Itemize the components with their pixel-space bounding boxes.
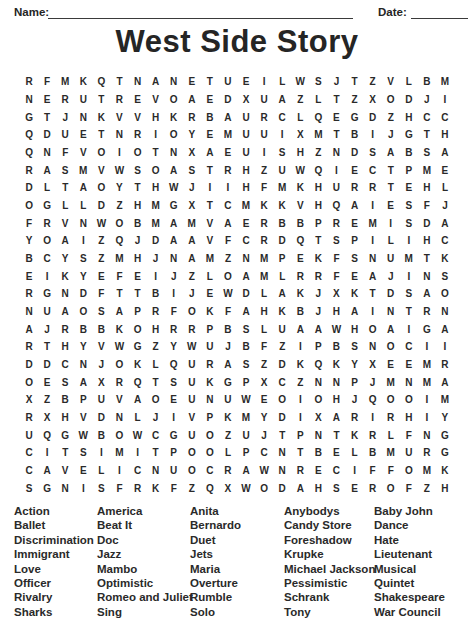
- grid-cell: G: [165, 426, 183, 444]
- grid-cell: M: [147, 197, 165, 215]
- grid-cell: I: [436, 338, 454, 356]
- grid-cell: I: [255, 144, 273, 162]
- grid-cell: A: [291, 320, 309, 338]
- grid-cell: Z: [291, 91, 309, 109]
- word-list-item: America: [97, 504, 190, 518]
- grid-cell: I: [219, 179, 237, 197]
- grid-cell: O: [382, 338, 400, 356]
- grid-cell: U: [255, 126, 273, 144]
- grid-cell: L: [382, 232, 400, 250]
- grid-cell: O: [129, 320, 147, 338]
- grid-cell: U: [183, 356, 201, 374]
- grid-cell: A: [436, 320, 454, 338]
- grid-cell: T: [110, 285, 128, 303]
- word-list-item: Doc: [97, 533, 190, 547]
- grid-cell: I: [201, 179, 219, 197]
- grid-cell: N: [74, 214, 92, 232]
- word-list-item: Officer: [14, 576, 97, 590]
- grid-cell: G: [418, 320, 436, 338]
- grid-cell: O: [183, 462, 201, 480]
- name-fill-line: [48, 9, 353, 19]
- grid-cell: A: [273, 91, 291, 109]
- grid-cell: O: [129, 144, 147, 162]
- grid-cell: O: [74, 303, 92, 321]
- grid-cell: P: [129, 303, 147, 321]
- grid-cell: B: [400, 144, 418, 162]
- grid-cell: E: [201, 285, 219, 303]
- grid-cell: O: [110, 356, 128, 374]
- grid-cell: L: [74, 197, 92, 215]
- grid-cell: G: [400, 126, 418, 144]
- grid-cell: T: [147, 373, 165, 391]
- grid-cell: R: [364, 479, 382, 497]
- grid-cell: Z: [418, 479, 436, 497]
- grid-cell: M: [400, 250, 418, 268]
- word-list-item: Quintet: [374, 576, 466, 590]
- grid-cell: H: [291, 144, 309, 162]
- grid-cell: E: [346, 479, 364, 497]
- grid-cell: T: [38, 108, 56, 126]
- grid-cell: R: [219, 462, 237, 480]
- grid-cell: R: [56, 91, 74, 109]
- grid-cell: U: [183, 391, 201, 409]
- grid-cell: F: [327, 250, 345, 268]
- grid-cell: X: [92, 373, 110, 391]
- grid-cell: D: [273, 409, 291, 427]
- grid-cell: O: [201, 426, 219, 444]
- grid-cell: B: [129, 214, 147, 232]
- word-list-item: Shakespeare: [374, 590, 466, 604]
- grid-cell: E: [20, 267, 38, 285]
- grid-cell: A: [346, 197, 364, 215]
- grid-cell: D: [38, 356, 56, 374]
- grid-cell: P: [165, 444, 183, 462]
- grid-cell: N: [165, 144, 183, 162]
- grid-cell: Z: [346, 91, 364, 109]
- grid-cell: K: [165, 108, 183, 126]
- grid-cell: O: [165, 91, 183, 109]
- grid-cell: R: [129, 126, 147, 144]
- word-list-item: Rumble: [190, 590, 284, 604]
- puzzle-title: West Side Story: [0, 24, 474, 60]
- grid-cell: K: [291, 285, 309, 303]
- grid-cell: M: [273, 179, 291, 197]
- grid-cell: U: [237, 144, 255, 162]
- grid-cell: K: [436, 462, 454, 480]
- grid-cell: B: [92, 320, 110, 338]
- grid-cell: V: [74, 409, 92, 427]
- grid-cell: F: [92, 285, 110, 303]
- grid-cell: X: [38, 409, 56, 427]
- grid-cell: H: [436, 479, 454, 497]
- grid-cell: A: [56, 232, 74, 250]
- grid-cell: S: [74, 250, 92, 268]
- grid-cell: I: [165, 409, 183, 427]
- grid-cell: T: [201, 73, 219, 91]
- grid-cell: U: [56, 126, 74, 144]
- grid-cell: K: [74, 73, 92, 91]
- grid-cell: A: [183, 232, 201, 250]
- grid-cell: N: [309, 373, 327, 391]
- grid-cell: T: [201, 161, 219, 179]
- grid-cell: C: [237, 232, 255, 250]
- grid-cell: M: [418, 356, 436, 374]
- grid-cell: O: [400, 462, 418, 480]
- grid-cell: S: [20, 479, 38, 497]
- grid-cell: H: [56, 338, 74, 356]
- grid-cell: F: [56, 144, 74, 162]
- grid-cell: V: [291, 197, 309, 215]
- grid-cell: B: [219, 320, 237, 338]
- grid-cell: T: [129, 285, 147, 303]
- grid-cell: O: [382, 391, 400, 409]
- grid-cell: N: [327, 144, 345, 162]
- grid-cell: O: [110, 426, 128, 444]
- grid-cell: K: [219, 409, 237, 427]
- grid-cell: U: [74, 91, 92, 109]
- grid-cell: W: [237, 479, 255, 497]
- grid-cell: H: [327, 303, 345, 321]
- grid-cell: J: [56, 108, 74, 126]
- grid-cell: Q: [309, 161, 327, 179]
- grid-cell: C: [273, 108, 291, 126]
- grid-cell: W: [74, 426, 92, 444]
- grid-cell: S: [400, 214, 418, 232]
- grid-cell: V: [56, 214, 74, 232]
- grid-cell: A: [436, 144, 454, 162]
- grid-cell: K: [147, 479, 165, 497]
- grid-cell: O: [382, 91, 400, 109]
- grid-cell: B: [147, 285, 165, 303]
- grid-cell: X: [364, 356, 382, 374]
- grid-cell: K: [110, 320, 128, 338]
- grid-cell: E: [237, 73, 255, 91]
- word-list-item: Jazz: [97, 547, 190, 561]
- grid-cell: B: [327, 338, 345, 356]
- grid-cell: O: [400, 391, 418, 409]
- grid-cell: I: [364, 303, 382, 321]
- grid-cell: T: [327, 91, 345, 109]
- grid-cell: I: [382, 214, 400, 232]
- grid-cell: A: [436, 214, 454, 232]
- grid-cell: E: [38, 91, 56, 109]
- grid-cell: T: [110, 73, 128, 91]
- grid-cell: R: [382, 409, 400, 427]
- grid-cell: N: [364, 338, 382, 356]
- grid-cell: E: [129, 267, 147, 285]
- grid-cell: T: [382, 179, 400, 197]
- grid-cell: C: [129, 462, 147, 480]
- grid-cell: R: [110, 373, 128, 391]
- grid-cell: C: [418, 108, 436, 126]
- date-label: Date:: [378, 6, 407, 18]
- grid-cell: C: [20, 444, 38, 462]
- word-list-item: Krupke: [284, 547, 374, 561]
- grid-cell: S: [346, 250, 364, 268]
- grid-cell: L: [255, 320, 273, 338]
- grid-cell: J: [165, 267, 183, 285]
- grid-cell: L: [129, 409, 147, 427]
- grid-cell: R: [255, 108, 273, 126]
- grid-cell: V: [110, 391, 128, 409]
- grid-cell: V: [129, 108, 147, 126]
- grid-cell: M: [219, 126, 237, 144]
- grid-cell: N: [418, 267, 436, 285]
- grid-cell: I: [327, 161, 345, 179]
- grid-cell: D: [92, 409, 110, 427]
- grid-cell: I: [110, 144, 128, 162]
- grid-cell: H: [147, 108, 165, 126]
- grid-cell: V: [92, 338, 110, 356]
- word-list-item: Tony: [284, 605, 374, 619]
- grid-cell: S: [237, 356, 255, 374]
- grid-cell: J: [346, 391, 364, 409]
- grid-cell: K: [273, 303, 291, 321]
- grid-cell: E: [129, 91, 147, 109]
- grid-cell: M: [418, 373, 436, 391]
- grid-cell: G: [38, 197, 56, 215]
- grid-cell: G: [436, 444, 454, 462]
- grid-cell: E: [92, 267, 110, 285]
- grid-cell: S: [400, 285, 418, 303]
- grid-cell: U: [20, 426, 38, 444]
- grid-cell: B: [74, 320, 92, 338]
- grid-cell: O: [110, 214, 128, 232]
- word-list-item: Discrimination: [14, 533, 97, 547]
- grid-cell: G: [165, 197, 183, 215]
- grid-cell: D: [20, 179, 38, 197]
- grid-cell: J: [92, 356, 110, 374]
- grid-cell: B: [309, 444, 327, 462]
- grid-cell: F: [38, 73, 56, 91]
- grid-cell: U: [237, 108, 255, 126]
- grid-cell: I: [436, 91, 454, 109]
- grid-cell: S: [327, 479, 345, 497]
- grid-cell: U: [327, 179, 345, 197]
- grid-cell: W: [327, 320, 345, 338]
- grid-cell: W: [129, 426, 147, 444]
- grid-cell: S: [364, 144, 382, 162]
- grid-cell: G: [38, 285, 56, 303]
- grid-cell: S: [400, 197, 418, 215]
- grid-cell: P: [201, 409, 219, 427]
- grid-cell: O: [255, 479, 273, 497]
- grid-cell: K: [201, 303, 219, 321]
- grid-cell: G: [38, 479, 56, 497]
- grid-cell: B: [20, 250, 38, 268]
- grid-cell: E: [400, 356, 418, 374]
- grid-cell: I: [74, 232, 92, 250]
- grid-cell: Q: [110, 232, 128, 250]
- grid-cell: I: [255, 73, 273, 91]
- grid-cell: L: [92, 462, 110, 480]
- grid-cell: A: [74, 373, 92, 391]
- grid-cell: W: [255, 462, 273, 480]
- grid-cell: I: [129, 444, 147, 462]
- grid-cell: E: [201, 126, 219, 144]
- grid-cell: R: [436, 356, 454, 374]
- grid-cell: O: [364, 320, 382, 338]
- grid-cell: I: [291, 409, 309, 427]
- grid-cell: E: [382, 356, 400, 374]
- grid-cell: B: [56, 391, 74, 409]
- grid-cell: U: [92, 391, 110, 409]
- grid-cell: L: [273, 267, 291, 285]
- grid-cell: I: [147, 267, 165, 285]
- grid-cell: U: [219, 73, 237, 91]
- grid-cell: X: [237, 91, 255, 109]
- grid-cell: L: [201, 267, 219, 285]
- grid-cell: H: [400, 108, 418, 126]
- grid-cell: A: [237, 267, 255, 285]
- word-list-item: Ballet: [14, 518, 97, 532]
- grid-cell: J: [129, 232, 147, 250]
- grid-cell: V: [110, 108, 128, 126]
- grid-cell: J: [309, 285, 327, 303]
- grid-cell: D: [273, 356, 291, 374]
- grid-cell: I: [273, 126, 291, 144]
- grid-cell: Y: [165, 338, 183, 356]
- grid-cell: O: [92, 144, 110, 162]
- grid-cell: J: [38, 320, 56, 338]
- grid-cell: Y: [436, 409, 454, 427]
- grid-cell: C: [20, 462, 38, 480]
- grid-cell: V: [382, 73, 400, 91]
- grid-cell: Z: [110, 197, 128, 215]
- date-fill-line: [411, 9, 468, 19]
- grid-cell: Z: [364, 73, 382, 91]
- grid-cell: H: [436, 126, 454, 144]
- word-list-column: AnitaBernardoDuetJetsMariaOvertureRumble…: [190, 504, 284, 619]
- name-label: Name:: [14, 6, 49, 18]
- grid-cell: R: [129, 479, 147, 497]
- grid-cell: T: [56, 444, 74, 462]
- grid-cell: F: [110, 267, 128, 285]
- grid-cell: N: [382, 303, 400, 321]
- grid-cell: L: [436, 179, 454, 197]
- grid-cell: R: [20, 338, 38, 356]
- word-list-item: Mambo: [97, 562, 190, 576]
- grid-cell: G: [346, 108, 364, 126]
- grid-cell: H: [237, 161, 255, 179]
- grid-cell: J: [436, 197, 454, 215]
- word-list-item: Love: [14, 562, 97, 576]
- grid-cell: C: [400, 338, 418, 356]
- grid-cell: H: [255, 303, 273, 321]
- grid-cell: A: [219, 356, 237, 374]
- grid-cell: Q: [364, 391, 382, 409]
- grid-cell: K: [201, 373, 219, 391]
- grid-cell: R: [418, 444, 436, 462]
- grid-cell: T: [400, 303, 418, 321]
- grid-cell: L: [309, 91, 327, 109]
- grid-cell: I: [364, 126, 382, 144]
- grid-cell: E: [183, 73, 201, 91]
- grid-cell: A: [147, 73, 165, 91]
- grid-cell: R: [364, 426, 382, 444]
- grid-cell: R: [327, 214, 345, 232]
- grid-cell: R: [201, 356, 219, 374]
- grid-cell: K: [56, 267, 74, 285]
- grid-cell: B: [418, 73, 436, 91]
- grid-cell: S: [56, 161, 74, 179]
- grid-cell: Y: [74, 338, 92, 356]
- grid-cell: N: [418, 426, 436, 444]
- word-list-item: Sing: [97, 605, 190, 619]
- grid-cell: A: [183, 91, 201, 109]
- grid-cell: T: [327, 426, 345, 444]
- grid-cell: R: [291, 462, 309, 480]
- grid-cell: L: [382, 426, 400, 444]
- word-list-item: Jets: [190, 547, 284, 561]
- grid-cell: N: [436, 303, 454, 321]
- word-list-item: Action: [14, 504, 97, 518]
- grid-cell: R: [147, 303, 165, 321]
- grid-cell: J: [382, 267, 400, 285]
- grid-cell: B: [273, 214, 291, 232]
- grid-cell: I: [418, 391, 436, 409]
- grid-cell: C: [56, 356, 74, 374]
- grid-cell: M: [237, 197, 255, 215]
- grid-cell: U: [400, 444, 418, 462]
- grid-cell: A: [364, 267, 382, 285]
- grid-cell: N: [201, 391, 219, 409]
- word-list-item: Anita: [190, 504, 284, 518]
- grid-cell: N: [273, 462, 291, 480]
- grid-cell: M: [147, 214, 165, 232]
- grid-cell: A: [183, 250, 201, 268]
- grid-cell: T: [38, 338, 56, 356]
- grid-cell: D: [20, 356, 38, 374]
- grid-cell: R: [255, 232, 273, 250]
- grid-cell: H: [129, 197, 147, 215]
- grid-cell: A: [237, 303, 255, 321]
- word-list-item: Anybodys: [284, 504, 374, 518]
- grid-cell: N: [74, 108, 92, 126]
- grid-cell: A: [327, 409, 345, 427]
- word-list-column: ActionBalletDiscriminationImmigrantLoveO…: [14, 504, 97, 619]
- grid-cell: O: [147, 391, 165, 409]
- grid-cell: F: [219, 303, 237, 321]
- grid-cell: K: [291, 356, 309, 374]
- grid-cell: S: [436, 267, 454, 285]
- grid-cell: M: [201, 250, 219, 268]
- grid-cell: U: [183, 373, 201, 391]
- grid-cell: E: [309, 462, 327, 480]
- grid-cell: J: [382, 126, 400, 144]
- grid-cell: H: [418, 179, 436, 197]
- grid-cell: P: [201, 320, 219, 338]
- grid-cell: E: [255, 391, 273, 409]
- grid-cell: C: [436, 108, 454, 126]
- grid-cell: V: [201, 214, 219, 232]
- grid-cell: K: [92, 108, 110, 126]
- grid-cell: U: [183, 426, 201, 444]
- grid-cell: K: [327, 356, 345, 374]
- grid-cell: F: [165, 479, 183, 497]
- grid-cell: A: [237, 462, 255, 480]
- grid-cell: Z: [309, 144, 327, 162]
- grid-cell: A: [165, 214, 183, 232]
- grid-cell: T: [92, 91, 110, 109]
- grid-cell: B: [364, 444, 382, 462]
- grid-cell: W: [219, 285, 237, 303]
- grid-cell: F: [364, 462, 382, 480]
- grid-cell: W: [237, 391, 255, 409]
- grid-cell: Q: [201, 479, 219, 497]
- grid-cell: K: [309, 250, 327, 268]
- grid-cell: I: [74, 479, 92, 497]
